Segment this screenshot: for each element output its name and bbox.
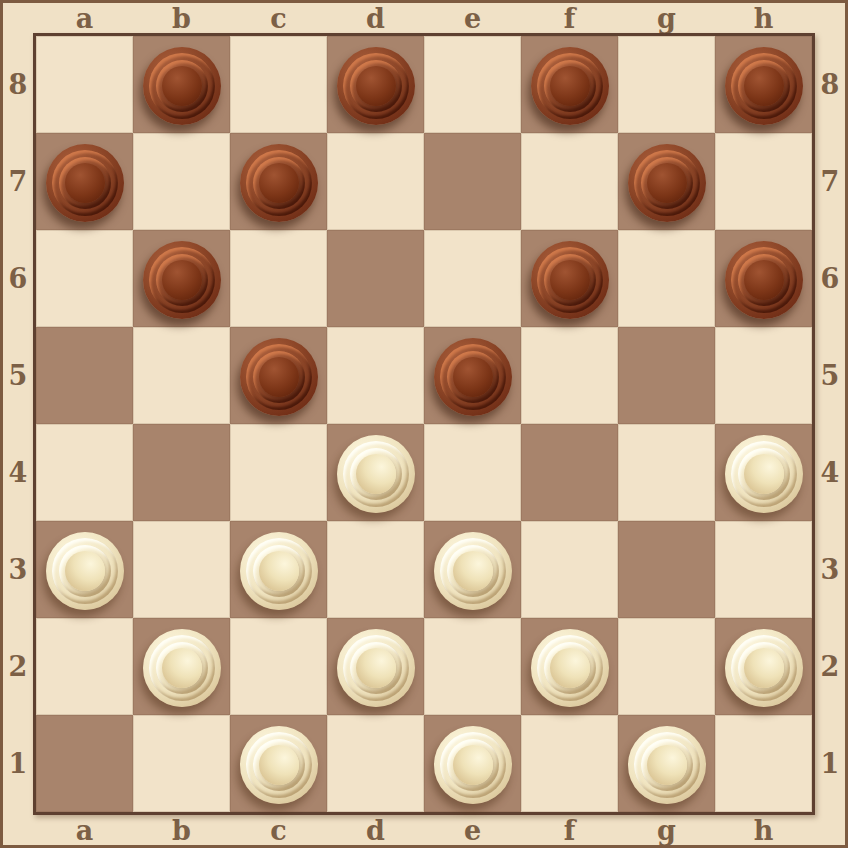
rank-label-3: 3: [3, 521, 33, 618]
board: [33, 33, 815, 815]
rank-label-3: 3: [815, 521, 845, 618]
square-b6[interactable]: [133, 230, 230, 327]
piece-dome: [647, 745, 687, 785]
piece-dome: [259, 551, 299, 591]
file-labels-top: abcdefgh: [36, 3, 812, 33]
square-e5[interactable]: [424, 327, 521, 424]
piece-dome: [356, 66, 396, 106]
square-c5[interactable]: [230, 327, 327, 424]
square-g1[interactable]: [618, 715, 715, 812]
piece-dome: [550, 66, 590, 106]
square-f6[interactable]: [521, 230, 618, 327]
light-piece-h2[interactable]: [725, 629, 803, 707]
file-label-d: d: [327, 815, 424, 845]
rank-label-7: 7: [815, 133, 845, 230]
square-f1[interactable]: [521, 715, 618, 812]
light-piece-c3[interactable]: [240, 532, 318, 610]
square-c7[interactable]: [230, 133, 327, 230]
square-a8[interactable]: [36, 36, 133, 133]
square-d6[interactable]: [327, 230, 424, 327]
file-labels-bottom: abcdefgh: [36, 815, 812, 845]
square-h8[interactable]: [715, 36, 812, 133]
square-b3[interactable]: [133, 521, 230, 618]
rank-label-7: 7: [3, 133, 33, 230]
file-label-h: h: [715, 3, 812, 33]
square-e4[interactable]: [424, 424, 521, 521]
rank-label-8: 8: [3, 36, 33, 133]
square-c6[interactable]: [230, 230, 327, 327]
square-b7[interactable]: [133, 133, 230, 230]
square-d4[interactable]: [327, 424, 424, 521]
rank-label-8: 8: [815, 36, 845, 133]
dark-piece-a7[interactable]: [46, 144, 124, 222]
dark-piece-d8[interactable]: [337, 47, 415, 125]
square-e8[interactable]: [424, 36, 521, 133]
dark-piece-h8[interactable]: [725, 47, 803, 125]
square-b4[interactable]: [133, 424, 230, 521]
file-label-a: a: [36, 3, 133, 33]
square-g4[interactable]: [618, 424, 715, 521]
square-a2[interactable]: [36, 618, 133, 715]
square-e7[interactable]: [424, 133, 521, 230]
piece-dome: [453, 551, 493, 591]
light-piece-d2[interactable]: [337, 629, 415, 707]
dark-piece-b6[interactable]: [143, 241, 221, 319]
file-label-f: f: [521, 815, 618, 845]
square-d3[interactable]: [327, 521, 424, 618]
square-g3[interactable]: [618, 521, 715, 618]
rank-label-6: 6: [3, 230, 33, 327]
light-piece-e3[interactable]: [434, 532, 512, 610]
square-a5[interactable]: [36, 327, 133, 424]
square-g6[interactable]: [618, 230, 715, 327]
light-piece-a3[interactable]: [46, 532, 124, 610]
square-e1[interactable]: [424, 715, 521, 812]
checkers-board-frame: abcdefgh abcdefgh 87654321 87654321: [0, 0, 848, 848]
square-b8[interactable]: [133, 36, 230, 133]
file-label-g: g: [618, 3, 715, 33]
square-h1[interactable]: [715, 715, 812, 812]
square-g5[interactable]: [618, 327, 715, 424]
rank-label-6: 6: [815, 230, 845, 327]
square-c2[interactable]: [230, 618, 327, 715]
piece-dome: [259, 745, 299, 785]
rank-labels-left: 87654321: [3, 36, 33, 812]
file-label-d: d: [327, 3, 424, 33]
dark-piece-c7[interactable]: [240, 144, 318, 222]
piece-dome: [744, 454, 784, 494]
rank-label-5: 5: [3, 327, 33, 424]
piece-dome: [162, 66, 202, 106]
square-f4[interactable]: [521, 424, 618, 521]
piece-dome: [744, 648, 784, 688]
light-piece-f2[interactable]: [531, 629, 609, 707]
square-g2[interactable]: [618, 618, 715, 715]
square-f2[interactable]: [521, 618, 618, 715]
square-d1[interactable]: [327, 715, 424, 812]
rank-label-5: 5: [815, 327, 845, 424]
piece-dome: [356, 648, 396, 688]
square-a6[interactable]: [36, 230, 133, 327]
square-f8[interactable]: [521, 36, 618, 133]
square-e6[interactable]: [424, 230, 521, 327]
dark-piece-c5[interactable]: [240, 338, 318, 416]
square-a1[interactable]: [36, 715, 133, 812]
file-label-a: a: [36, 815, 133, 845]
square-f5[interactable]: [521, 327, 618, 424]
piece-dome: [65, 163, 105, 203]
piece-dome: [453, 357, 493, 397]
dark-piece-e5[interactable]: [434, 338, 512, 416]
square-h5[interactable]: [715, 327, 812, 424]
square-d2[interactable]: [327, 618, 424, 715]
square-f3[interactable]: [521, 521, 618, 618]
square-h4[interactable]: [715, 424, 812, 521]
square-c4[interactable]: [230, 424, 327, 521]
piece-dome: [550, 648, 590, 688]
rank-label-1: 1: [815, 715, 845, 812]
file-label-g: g: [618, 815, 715, 845]
light-piece-h4[interactable]: [725, 435, 803, 513]
piece-dome: [647, 163, 687, 203]
square-b5[interactable]: [133, 327, 230, 424]
file-label-e: e: [424, 3, 521, 33]
file-label-h: h: [715, 815, 812, 845]
square-b2[interactable]: [133, 618, 230, 715]
square-a7[interactable]: [36, 133, 133, 230]
piece-dome: [259, 357, 299, 397]
piece-dome: [550, 260, 590, 300]
dark-piece-f8[interactable]: [531, 47, 609, 125]
file-label-e: e: [424, 815, 521, 845]
square-b1[interactable]: [133, 715, 230, 812]
piece-dome: [162, 260, 202, 300]
piece-dome: [259, 163, 299, 203]
square-a4[interactable]: [36, 424, 133, 521]
square-g8[interactable]: [618, 36, 715, 133]
rank-label-4: 4: [815, 424, 845, 521]
square-c8[interactable]: [230, 36, 327, 133]
square-h3[interactable]: [715, 521, 812, 618]
piece-dome: [65, 551, 105, 591]
rank-label-4: 4: [3, 424, 33, 521]
light-piece-b2[interactable]: [143, 629, 221, 707]
piece-dome: [356, 454, 396, 494]
square-h6[interactable]: [715, 230, 812, 327]
dark-piece-f6[interactable]: [531, 241, 609, 319]
piece-dome: [162, 648, 202, 688]
square-e2[interactable]: [424, 618, 521, 715]
square-c1[interactable]: [230, 715, 327, 812]
file-label-f: f: [521, 3, 618, 33]
dark-piece-g7[interactable]: [628, 144, 706, 222]
light-piece-e1[interactable]: [434, 726, 512, 804]
file-label-c: c: [230, 3, 327, 33]
square-g7[interactable]: [618, 133, 715, 230]
rank-label-2: 2: [815, 618, 845, 715]
square-c3[interactable]: [230, 521, 327, 618]
square-h7[interactable]: [715, 133, 812, 230]
square-e3[interactable]: [424, 521, 521, 618]
square-d5[interactable]: [327, 327, 424, 424]
square-d8[interactable]: [327, 36, 424, 133]
light-piece-g1[interactable]: [628, 726, 706, 804]
light-piece-c1[interactable]: [240, 726, 318, 804]
file-label-c: c: [230, 815, 327, 845]
rank-label-2: 2: [3, 618, 33, 715]
rank-label-1: 1: [3, 715, 33, 812]
square-h2[interactable]: [715, 618, 812, 715]
square-a3[interactable]: [36, 521, 133, 618]
dark-piece-b8[interactable]: [143, 47, 221, 125]
light-piece-d4[interactable]: [337, 435, 415, 513]
file-label-b: b: [133, 3, 230, 33]
square-f7[interactable]: [521, 133, 618, 230]
piece-dome: [453, 745, 493, 785]
piece-dome: [744, 66, 784, 106]
piece-dome: [744, 260, 784, 300]
rank-labels-right: 87654321: [815, 36, 845, 812]
dark-piece-h6[interactable]: [725, 241, 803, 319]
file-label-b: b: [133, 815, 230, 845]
square-d7[interactable]: [327, 133, 424, 230]
